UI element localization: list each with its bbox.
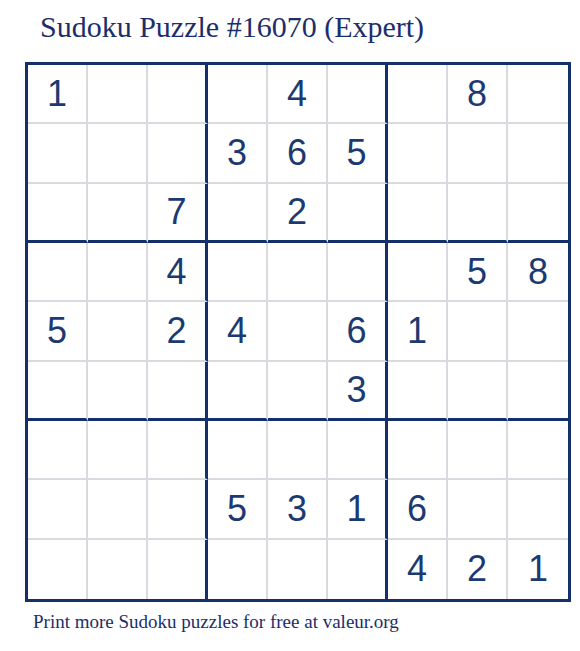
- cell-r9c9[interactable]: 1: [508, 540, 568, 599]
- cell-r1c4[interactable]: [208, 65, 268, 124]
- cell-r8c8[interactable]: [448, 480, 508, 539]
- cell-r4c4[interactable]: [208, 243, 268, 302]
- cell-r8c4[interactable]: 5: [208, 480, 268, 539]
- sudoku-grid: 148365724585246135316421: [25, 62, 571, 602]
- cell-r5c1[interactable]: 5: [28, 302, 88, 361]
- cell-r7c2[interactable]: [88, 421, 148, 480]
- cell-r4c9[interactable]: 8: [508, 243, 568, 302]
- cell-r5c6[interactable]: 6: [328, 302, 388, 361]
- cell-r1c5[interactable]: 4: [268, 65, 328, 124]
- cell-r4c8[interactable]: 5: [448, 243, 508, 302]
- cell-r3c1[interactable]: [28, 184, 88, 243]
- cell-r8c3[interactable]: [148, 480, 208, 539]
- cell-r2c1[interactable]: [28, 124, 88, 183]
- cell-r6c3[interactable]: [148, 362, 208, 421]
- cell-r8c2[interactable]: [88, 480, 148, 539]
- cell-r2c7[interactable]: [388, 124, 448, 183]
- cell-r9c3[interactable]: [148, 540, 208, 599]
- page-title: Sudoku Puzzle #16070 (Expert): [40, 10, 424, 45]
- cell-r6c2[interactable]: [88, 362, 148, 421]
- cell-r3c3[interactable]: 7: [148, 184, 208, 243]
- cell-r6c1[interactable]: [28, 362, 88, 421]
- cell-r6c7[interactable]: [388, 362, 448, 421]
- cell-r3c5[interactable]: 2: [268, 184, 328, 243]
- cell-r4c1[interactable]: [28, 243, 88, 302]
- cell-r9c8[interactable]: 2: [448, 540, 508, 599]
- cell-r5c8[interactable]: [448, 302, 508, 361]
- cell-r6c9[interactable]: [508, 362, 568, 421]
- cell-r5c4[interactable]: 4: [208, 302, 268, 361]
- cell-r9c2[interactable]: [88, 540, 148, 599]
- cell-r3c9[interactable]: [508, 184, 568, 243]
- cell-r2c3[interactable]: [148, 124, 208, 183]
- cell-r5c9[interactable]: [508, 302, 568, 361]
- cell-r7c7[interactable]: [388, 421, 448, 480]
- cell-r3c2[interactable]: [88, 184, 148, 243]
- cell-r4c2[interactable]: [88, 243, 148, 302]
- cell-r5c2[interactable]: [88, 302, 148, 361]
- cell-r9c7[interactable]: 4: [388, 540, 448, 599]
- cell-r2c2[interactable]: [88, 124, 148, 183]
- cell-r1c7[interactable]: [388, 65, 448, 124]
- cell-r9c4[interactable]: [208, 540, 268, 599]
- cell-r1c2[interactable]: [88, 65, 148, 124]
- cell-r6c8[interactable]: [448, 362, 508, 421]
- cell-r4c7[interactable]: [388, 243, 448, 302]
- cell-r2c9[interactable]: [508, 124, 568, 183]
- cell-r1c6[interactable]: [328, 65, 388, 124]
- cell-r7c5[interactable]: [268, 421, 328, 480]
- cell-r7c1[interactable]: [28, 421, 88, 480]
- cell-r8c1[interactable]: [28, 480, 88, 539]
- cell-r5c7[interactable]: 1: [388, 302, 448, 361]
- cell-r1c3[interactable]: [148, 65, 208, 124]
- cell-r7c4[interactable]: [208, 421, 268, 480]
- cell-r2c4[interactable]: 3: [208, 124, 268, 183]
- cell-r7c9[interactable]: [508, 421, 568, 480]
- cell-r2c6[interactable]: 5: [328, 124, 388, 183]
- cell-r9c6[interactable]: [328, 540, 388, 599]
- cell-r5c5[interactable]: [268, 302, 328, 361]
- cell-r9c1[interactable]: [28, 540, 88, 599]
- footer-note: Print more Sudoku puzzles for free at va…: [33, 611, 399, 633]
- cell-r5c3[interactable]: 2: [148, 302, 208, 361]
- cell-r8c5[interactable]: 3: [268, 480, 328, 539]
- cell-r4c5[interactable]: [268, 243, 328, 302]
- cell-r9c5[interactable]: [268, 540, 328, 599]
- cell-r6c5[interactable]: [268, 362, 328, 421]
- cell-r1c9[interactable]: [508, 65, 568, 124]
- cell-r1c8[interactable]: 8: [448, 65, 508, 124]
- cell-r8c7[interactable]: 6: [388, 480, 448, 539]
- cell-r4c6[interactable]: [328, 243, 388, 302]
- cell-r4c3[interactable]: 4: [148, 243, 208, 302]
- cell-r7c3[interactable]: [148, 421, 208, 480]
- cell-r1c1[interactable]: 1: [28, 65, 88, 124]
- cell-r2c8[interactable]: [448, 124, 508, 183]
- cell-r3c6[interactable]: [328, 184, 388, 243]
- cell-r3c8[interactable]: [448, 184, 508, 243]
- cell-r2c5[interactable]: 6: [268, 124, 328, 183]
- sudoku-page: Sudoku Puzzle #16070 (Expert) 1483657245…: [0, 0, 580, 651]
- cell-r7c6[interactable]: [328, 421, 388, 480]
- cell-r8c9[interactable]: [508, 480, 568, 539]
- cell-r6c4[interactable]: [208, 362, 268, 421]
- cell-r3c4[interactable]: [208, 184, 268, 243]
- cell-r3c7[interactable]: [388, 184, 448, 243]
- cell-r7c8[interactable]: [448, 421, 508, 480]
- cell-r8c6[interactable]: 1: [328, 480, 388, 539]
- cell-r6c6[interactable]: 3: [328, 362, 388, 421]
